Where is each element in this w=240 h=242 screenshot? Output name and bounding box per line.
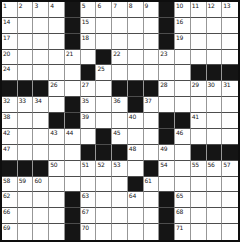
cell-r2-c11 bbox=[159, 18, 175, 34]
cell-r4-c3[interactable] bbox=[33, 50, 49, 66]
clue-number-61: 61 bbox=[145, 177, 152, 184]
cell-r10-c1[interactable]: 47 bbox=[2, 145, 18, 161]
cell-r11-c10 bbox=[144, 161, 160, 177]
clue-number-18: 18 bbox=[82, 34, 89, 41]
cell-r8-c9[interactable]: 40 bbox=[128, 113, 144, 129]
cell-r15-c6[interactable]: 70 bbox=[81, 224, 97, 240]
cell-r12-c7[interactable] bbox=[96, 177, 112, 193]
cell-r11-c12[interactable] bbox=[175, 161, 191, 177]
cell-r8-c12 bbox=[175, 113, 191, 129]
cell-r3-c15[interactable] bbox=[222, 34, 238, 50]
clue-number-66: 66 bbox=[3, 208, 10, 215]
clue-number-24: 24 bbox=[3, 65, 10, 72]
cell-r14-c9[interactable] bbox=[128, 208, 144, 224]
clue-number-34: 34 bbox=[34, 97, 41, 104]
cell-r2-c12[interactable]: 16 bbox=[175, 18, 191, 34]
clue-number-6: 6 bbox=[97, 2, 101, 9]
cell-r8-c3[interactable] bbox=[33, 113, 49, 129]
cell-r6-c7[interactable] bbox=[96, 81, 112, 97]
clue-number-40: 40 bbox=[129, 113, 136, 120]
cell-r6-c3 bbox=[33, 81, 49, 97]
cell-r13-c11 bbox=[159, 192, 175, 208]
cell-r12-c1[interactable]: 58 bbox=[2, 177, 18, 193]
cell-r6-c6[interactable]: 27 bbox=[81, 81, 97, 97]
cell-r2-c5 bbox=[65, 18, 81, 34]
clue-number-14: 14 bbox=[3, 18, 10, 25]
clue-number-9: 9 bbox=[145, 2, 149, 9]
clue-number-60: 60 bbox=[34, 177, 41, 184]
cell-r8-c5 bbox=[65, 113, 81, 129]
cell-r7-c12[interactable] bbox=[175, 97, 191, 113]
cell-r4-c9[interactable] bbox=[128, 50, 144, 66]
cell-r13-c15[interactable] bbox=[222, 192, 238, 208]
cell-r11-c8[interactable]: 53 bbox=[112, 161, 128, 177]
cell-r8-c13[interactable]: 41 bbox=[191, 113, 207, 129]
clue-number-46: 46 bbox=[176, 129, 183, 136]
cell-r14-c6[interactable]: 67 bbox=[81, 208, 97, 224]
cell-r3-c11 bbox=[159, 34, 175, 50]
clue-number-48: 48 bbox=[129, 145, 136, 152]
cell-r12-c10[interactable]: 61 bbox=[144, 177, 160, 193]
cell-r9-c10[interactable] bbox=[144, 129, 160, 145]
cell-r14-c7[interactable] bbox=[96, 208, 112, 224]
cell-r11-c5[interactable] bbox=[65, 161, 81, 177]
cell-r10-c6 bbox=[81, 145, 97, 161]
clue-number-70: 70 bbox=[82, 224, 89, 231]
clue-number-44: 44 bbox=[66, 129, 73, 136]
clue-number-30: 30 bbox=[208, 81, 215, 88]
cell-r1-c6[interactable]: 5 bbox=[81, 2, 97, 18]
cell-r1-c9[interactable]: 8 bbox=[128, 2, 144, 18]
cell-r2-c13[interactable] bbox=[191, 18, 207, 34]
cell-r6-c12[interactable] bbox=[175, 81, 191, 97]
crossword-board: 1234567891011121314151617181920212223242… bbox=[0, 0, 240, 242]
cell-r2-c4[interactable] bbox=[49, 18, 65, 34]
cell-r5-c14 bbox=[207, 65, 223, 81]
cell-r8-c1[interactable]: 38 bbox=[2, 113, 18, 129]
cell-r13-c14[interactable] bbox=[207, 192, 223, 208]
cell-r6-c15[interactable]: 31 bbox=[222, 81, 238, 97]
cell-r10-c12[interactable] bbox=[175, 145, 191, 161]
cell-r9-c8[interactable]: 45 bbox=[112, 129, 128, 145]
cell-r15-c10[interactable] bbox=[144, 224, 160, 240]
cell-r4-c15[interactable] bbox=[222, 50, 238, 66]
clue-number-41: 41 bbox=[192, 113, 199, 120]
cell-r12-c13[interactable] bbox=[191, 177, 207, 193]
cell-r6-c13[interactable]: 29 bbox=[191, 81, 207, 97]
clue-number-29: 29 bbox=[192, 81, 199, 88]
clue-number-7: 7 bbox=[113, 2, 117, 9]
clue-number-43: 43 bbox=[50, 129, 57, 136]
clue-number-16: 16 bbox=[176, 18, 183, 25]
cell-r5-c8[interactable] bbox=[112, 65, 128, 81]
cell-r3-c3[interactable] bbox=[33, 34, 49, 50]
cell-r11-c4[interactable]: 50 bbox=[49, 161, 65, 177]
clue-number-3: 3 bbox=[34, 2, 38, 9]
cell-r12-c8[interactable] bbox=[112, 177, 128, 193]
cell-r6-c5[interactable] bbox=[65, 81, 81, 97]
cell-r15-c13[interactable] bbox=[191, 224, 207, 240]
clue-number-25: 25 bbox=[97, 65, 104, 72]
cell-r6-c2 bbox=[18, 81, 34, 97]
cell-r7-c10[interactable]: 37 bbox=[144, 97, 160, 113]
clue-number-59: 59 bbox=[19, 177, 26, 184]
cell-r4-c14[interactable] bbox=[207, 50, 223, 66]
clue-number-1: 1 bbox=[3, 2, 7, 9]
cell-r8-c8[interactable] bbox=[112, 113, 128, 129]
cell-r15-c4[interactable] bbox=[49, 224, 65, 240]
cell-r4-c2[interactable] bbox=[18, 50, 34, 66]
cell-r13-c1[interactable]: 62 bbox=[2, 192, 18, 208]
clue-number-35: 35 bbox=[82, 97, 89, 104]
clue-number-36: 36 bbox=[113, 97, 120, 104]
clue-number-71: 71 bbox=[176, 224, 183, 231]
cell-r15-c2[interactable] bbox=[18, 224, 34, 240]
cell-r3-c5 bbox=[65, 34, 81, 50]
cell-r9-c1[interactable]: 42 bbox=[2, 129, 18, 145]
cell-r3-c14[interactable] bbox=[207, 34, 223, 50]
cell-r10-c14 bbox=[207, 145, 223, 161]
cell-r14-c10[interactable] bbox=[144, 208, 160, 224]
cell-r4-c6[interactable] bbox=[81, 50, 97, 66]
cell-r9-c9[interactable] bbox=[128, 129, 144, 145]
cell-r9-c12[interactable]: 46 bbox=[175, 129, 191, 145]
cell-r9-c15[interactable] bbox=[222, 129, 238, 145]
cell-r5-c1[interactable]: 24 bbox=[2, 65, 18, 81]
cell-r7-c11[interactable] bbox=[159, 97, 175, 113]
cell-r1-c11 bbox=[159, 2, 175, 18]
cell-r15-c7[interactable] bbox=[96, 224, 112, 240]
cell-r8-c4 bbox=[49, 113, 65, 129]
clue-number-22: 22 bbox=[113, 50, 120, 57]
clue-number-28: 28 bbox=[160, 81, 167, 88]
cell-r7-c2[interactable]: 33 bbox=[18, 97, 34, 113]
clue-number-63: 63 bbox=[82, 192, 89, 199]
cell-r1-c1[interactable]: 1 bbox=[2, 2, 18, 18]
cell-r12-c15[interactable] bbox=[222, 177, 238, 193]
cell-r8-c7[interactable] bbox=[96, 113, 112, 129]
cell-r2-c6[interactable]: 15 bbox=[81, 18, 97, 34]
clue-number-21: 21 bbox=[66, 50, 73, 57]
cell-r12-c9 bbox=[128, 177, 144, 193]
cell-r14-c15[interactable] bbox=[222, 208, 238, 224]
cell-r2-c15[interactable] bbox=[222, 18, 238, 34]
cell-r8-c14[interactable] bbox=[207, 113, 223, 129]
clue-number-68: 68 bbox=[176, 208, 183, 215]
clue-number-12: 12 bbox=[208, 2, 215, 9]
clue-number-57: 57 bbox=[223, 161, 230, 168]
cell-r10-c2[interactable] bbox=[18, 145, 34, 161]
clue-number-31: 31 bbox=[223, 81, 230, 88]
cell-r7-c15[interactable] bbox=[222, 97, 238, 113]
cell-r1-c2[interactable]: 2 bbox=[18, 2, 34, 18]
cell-r2-c8[interactable] bbox=[112, 18, 128, 34]
cell-r4-c5[interactable]: 21 bbox=[65, 50, 81, 66]
cell-r9-c3[interactable] bbox=[33, 129, 49, 145]
cell-r11-c2 bbox=[18, 161, 34, 177]
cell-r5-c9[interactable] bbox=[128, 65, 144, 81]
clue-number-11: 11 bbox=[192, 2, 199, 9]
clue-number-23: 23 bbox=[160, 50, 167, 57]
clue-number-52: 52 bbox=[97, 161, 104, 168]
clue-number-64: 64 bbox=[129, 192, 136, 199]
cell-r10-c13 bbox=[191, 145, 207, 161]
cell-r11-c14[interactable]: 56 bbox=[207, 161, 223, 177]
cell-r3-c10[interactable] bbox=[144, 34, 160, 50]
cell-r13-c7[interactable] bbox=[96, 192, 112, 208]
cell-r4-c4[interactable] bbox=[49, 50, 65, 66]
cell-r8-c10[interactable] bbox=[144, 113, 160, 129]
cell-r2-c2[interactable] bbox=[18, 18, 34, 34]
cell-r12-c14[interactable] bbox=[207, 177, 223, 193]
cell-r1-c5 bbox=[65, 2, 81, 18]
cell-r1-c15[interactable]: 13 bbox=[222, 2, 238, 18]
cell-r12-c12[interactable] bbox=[175, 177, 191, 193]
cell-r11-c15[interactable]: 57 bbox=[222, 161, 238, 177]
cell-r5-c10[interactable] bbox=[144, 65, 160, 81]
cell-r13-c13[interactable] bbox=[191, 192, 207, 208]
cell-r8-c2[interactable] bbox=[18, 113, 34, 129]
cell-r13-c2[interactable] bbox=[18, 192, 34, 208]
cell-r7-c7[interactable] bbox=[96, 97, 112, 113]
clue-number-26: 26 bbox=[50, 81, 57, 88]
cell-r12-c4[interactable] bbox=[49, 177, 65, 193]
clue-number-62: 62 bbox=[3, 192, 10, 199]
cell-r15-c1[interactable]: 69 bbox=[2, 224, 18, 240]
cell-r3-c13[interactable] bbox=[191, 34, 207, 50]
clue-number-8: 8 bbox=[129, 2, 133, 9]
cell-r15-c11 bbox=[159, 224, 175, 240]
clue-number-19: 19 bbox=[176, 34, 183, 41]
cell-r1-c7[interactable]: 6 bbox=[96, 2, 112, 18]
cell-r10-c9[interactable]: 48 bbox=[128, 145, 144, 161]
cell-r14-c13[interactable] bbox=[191, 208, 207, 224]
cell-r15-c8[interactable] bbox=[112, 224, 128, 240]
cell-r10-c4[interactable] bbox=[49, 145, 65, 161]
cell-r12-c2[interactable]: 59 bbox=[18, 177, 34, 193]
cell-r11-c11[interactable]: 54 bbox=[159, 161, 175, 177]
clue-number-33: 33 bbox=[19, 97, 26, 104]
cell-r14-c4[interactable] bbox=[49, 208, 65, 224]
clue-number-65: 65 bbox=[176, 192, 183, 199]
cell-r1-c12[interactable]: 10 bbox=[175, 2, 191, 18]
cell-r11-c1 bbox=[2, 161, 18, 177]
cell-r11-c7[interactable]: 52 bbox=[96, 161, 112, 177]
cell-r10-c7 bbox=[96, 145, 112, 161]
cell-r5-c13 bbox=[191, 65, 207, 81]
clue-number-32: 32 bbox=[3, 97, 10, 104]
cell-r11-c13[interactable]: 55 bbox=[191, 161, 207, 177]
cell-r2-c9[interactable] bbox=[128, 18, 144, 34]
cell-r13-c6[interactable]: 63 bbox=[81, 192, 97, 208]
cell-r2-c3[interactable] bbox=[33, 18, 49, 34]
cell-r14-c12[interactable]: 68 bbox=[175, 208, 191, 224]
cell-r5-c7[interactable]: 25 bbox=[96, 65, 112, 81]
clue-number-56: 56 bbox=[208, 161, 215, 168]
cell-r9-c6[interactable] bbox=[81, 129, 97, 145]
cell-r6-c9 bbox=[128, 81, 144, 97]
clue-number-53: 53 bbox=[113, 161, 120, 168]
clue-number-37: 37 bbox=[145, 97, 152, 104]
cell-r4-c11[interactable]: 23 bbox=[159, 50, 175, 66]
cell-r7-c8[interactable]: 36 bbox=[112, 97, 128, 113]
cell-r3-c2[interactable] bbox=[18, 34, 34, 50]
cell-r7-c4[interactable] bbox=[49, 97, 65, 113]
cell-r5-c11[interactable] bbox=[159, 65, 175, 81]
clue-number-38: 38 bbox=[3, 113, 10, 120]
cell-r11-c6[interactable]: 51 bbox=[81, 161, 97, 177]
cell-r14-c11 bbox=[159, 208, 175, 224]
clue-number-4: 4 bbox=[50, 2, 54, 9]
clue-number-13: 13 bbox=[223, 2, 230, 9]
cell-r12-c6[interactable] bbox=[81, 177, 97, 193]
cell-r4-c12[interactable] bbox=[175, 50, 191, 66]
cell-r6-c4[interactable]: 26 bbox=[49, 81, 65, 97]
cell-r4-c1[interactable]: 20 bbox=[2, 50, 18, 66]
cell-r8-c11 bbox=[159, 113, 175, 129]
cell-r13-c4[interactable] bbox=[49, 192, 65, 208]
clue-number-39: 39 bbox=[82, 113, 89, 120]
clue-number-67: 67 bbox=[82, 208, 89, 215]
cell-r5-c6 bbox=[81, 65, 97, 81]
clue-number-54: 54 bbox=[160, 161, 167, 168]
cell-r15-c14[interactable] bbox=[207, 224, 223, 240]
cell-r7-c3[interactable]: 34 bbox=[33, 97, 49, 113]
cell-r4-c10[interactable] bbox=[144, 50, 160, 66]
cell-r10-c5[interactable] bbox=[65, 145, 81, 161]
clue-number-55: 55 bbox=[192, 161, 199, 168]
cell-r15-c5 bbox=[65, 224, 81, 240]
cell-r14-c5 bbox=[65, 208, 81, 224]
cell-r9-c14[interactable] bbox=[207, 129, 223, 145]
cell-r1-c14[interactable]: 12 bbox=[207, 2, 223, 18]
cell-r7-c5 bbox=[65, 97, 81, 113]
cell-r11-c9[interactable] bbox=[128, 161, 144, 177]
cell-r15-c9[interactable] bbox=[128, 224, 144, 240]
cell-r14-c2[interactable] bbox=[18, 208, 34, 224]
clue-number-51: 51 bbox=[82, 161, 89, 168]
cell-r7-c9 bbox=[128, 97, 144, 113]
cell-r9-c7 bbox=[96, 129, 112, 145]
cell-r6-c10 bbox=[144, 81, 160, 97]
clue-number-45: 45 bbox=[113, 129, 120, 136]
cell-r5-c5[interactable] bbox=[65, 65, 81, 81]
clue-number-20: 20 bbox=[3, 50, 10, 57]
cell-r1-c10[interactable]: 9 bbox=[144, 2, 160, 18]
cell-r3-c1[interactable]: 17 bbox=[2, 34, 18, 50]
cell-r5-c2[interactable] bbox=[18, 65, 34, 81]
cell-r9-c2[interactable] bbox=[18, 129, 34, 145]
cell-r5-c4[interactable] bbox=[49, 65, 65, 81]
cell-r3-c4[interactable] bbox=[49, 34, 65, 50]
cell-r1-c4[interactable]: 4 bbox=[49, 2, 65, 18]
cell-r5-c12[interactable] bbox=[175, 65, 191, 81]
clue-number-47: 47 bbox=[3, 145, 10, 152]
cell-r3-c6[interactable]: 18 bbox=[81, 34, 97, 50]
cell-r14-c14[interactable] bbox=[207, 208, 223, 224]
cell-r11-c3 bbox=[33, 161, 49, 177]
cell-r14-c8[interactable] bbox=[112, 208, 128, 224]
cell-r13-c3[interactable] bbox=[33, 192, 49, 208]
cell-r6-c14[interactable]: 30 bbox=[207, 81, 223, 97]
cell-r10-c15 bbox=[222, 145, 238, 161]
cell-r9-c5[interactable]: 44 bbox=[65, 129, 81, 145]
cell-r8-c6[interactable]: 39 bbox=[81, 113, 97, 129]
clue-number-69: 69 bbox=[3, 224, 10, 231]
cell-r15-c3[interactable] bbox=[33, 224, 49, 240]
cell-r12-c5[interactable] bbox=[65, 177, 81, 193]
cell-r14-c3[interactable] bbox=[33, 208, 49, 224]
cell-r13-c8[interactable] bbox=[112, 192, 128, 208]
cell-r2-c1[interactable]: 14 bbox=[2, 18, 18, 34]
cell-r7-c6[interactable]: 35 bbox=[81, 97, 97, 113]
clue-number-15: 15 bbox=[82, 18, 89, 25]
cell-r4-c7 bbox=[96, 50, 112, 66]
clue-number-49: 49 bbox=[160, 145, 167, 152]
cell-r8-c15[interactable] bbox=[222, 113, 238, 129]
cell-r3-c8[interactable] bbox=[112, 34, 128, 50]
cell-r6-c11[interactable]: 28 bbox=[159, 81, 175, 97]
cell-r1-c13[interactable]: 11 bbox=[191, 2, 207, 18]
cell-r13-c5 bbox=[65, 192, 81, 208]
clue-number-50: 50 bbox=[50, 161, 57, 168]
cell-r9-c11 bbox=[159, 129, 175, 145]
cell-r5-c15 bbox=[222, 65, 238, 81]
cell-r3-c9[interactable] bbox=[128, 34, 144, 50]
cell-r7-c14[interactable] bbox=[207, 97, 223, 113]
cell-r13-c12[interactable]: 65 bbox=[175, 192, 191, 208]
clue-number-27: 27 bbox=[82, 81, 89, 88]
cell-r13-c10[interactable] bbox=[144, 192, 160, 208]
clue-number-42: 42 bbox=[3, 129, 10, 136]
cell-r14-c1[interactable]: 66 bbox=[2, 208, 18, 224]
cell-r10-c3[interactable] bbox=[33, 145, 49, 161]
cell-r3-c12[interactable]: 19 bbox=[175, 34, 191, 50]
cell-r1-c3[interactable]: 3 bbox=[33, 2, 49, 18]
cell-r12-c3[interactable]: 60 bbox=[33, 177, 49, 193]
cell-r7-c1[interactable]: 32 bbox=[2, 97, 18, 113]
cell-r7-c13[interactable] bbox=[191, 97, 207, 113]
cell-r12-c11[interactable] bbox=[159, 177, 175, 193]
cell-r9-c4[interactable]: 43 bbox=[49, 129, 65, 145]
cell-r3-c7[interactable] bbox=[96, 34, 112, 50]
cell-r9-c13[interactable] bbox=[191, 129, 207, 145]
clue-number-5: 5 bbox=[82, 2, 86, 9]
cell-r4-c8[interactable]: 22 bbox=[112, 50, 128, 66]
clue-number-10: 10 bbox=[176, 2, 183, 9]
cell-r2-c10[interactable] bbox=[144, 18, 160, 34]
clue-number-17: 17 bbox=[3, 34, 10, 41]
cell-r4-c13[interactable] bbox=[191, 50, 207, 66]
cell-r2-c7[interactable] bbox=[96, 18, 112, 34]
cell-r10-c10[interactable] bbox=[144, 145, 160, 161]
cell-r6-c8 bbox=[112, 81, 128, 97]
cell-r10-c8 bbox=[112, 145, 128, 161]
cell-r2-c14[interactable] bbox=[207, 18, 223, 34]
cell-r15-c12[interactable]: 71 bbox=[175, 224, 191, 240]
cell-r13-c9[interactable]: 64 bbox=[128, 192, 144, 208]
cell-r15-c15[interactable] bbox=[222, 224, 238, 240]
cell-r10-c11[interactable]: 49 bbox=[159, 145, 175, 161]
clue-number-2: 2 bbox=[19, 2, 23, 9]
clue-number-58: 58 bbox=[3, 177, 10, 184]
cell-r5-c3[interactable] bbox=[33, 65, 49, 81]
cell-r1-c8[interactable]: 7 bbox=[112, 2, 128, 18]
cell-r6-c1 bbox=[2, 81, 18, 97]
